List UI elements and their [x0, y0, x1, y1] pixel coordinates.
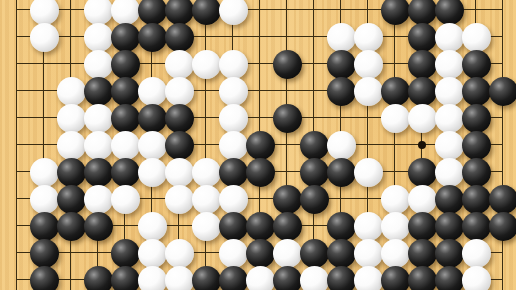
white-stone [435, 23, 464, 52]
black-stone [84, 158, 113, 187]
black-stone [273, 50, 302, 79]
white-stone [84, 185, 113, 214]
black-stone [165, 131, 194, 160]
white-stone [138, 77, 167, 106]
black-stone [246, 131, 275, 160]
white-stone [300, 266, 329, 290]
white-stone [165, 185, 194, 214]
white-stone [327, 131, 356, 160]
white-stone [192, 158, 221, 187]
black-stone [408, 239, 437, 268]
black-stone [489, 185, 516, 214]
black-stone [489, 212, 516, 241]
white-stone [354, 23, 383, 52]
black-stone [408, 266, 437, 290]
black-stone [435, 266, 464, 290]
black-stone [192, 0, 221, 25]
black-stone [435, 185, 464, 214]
black-stone [408, 158, 437, 187]
black-stone [138, 104, 167, 133]
black-stone [30, 212, 59, 241]
white-stone [462, 239, 491, 268]
white-stone [219, 131, 248, 160]
black-stone [381, 266, 410, 290]
white-stone [381, 104, 410, 133]
black-stone [300, 158, 329, 187]
white-stone [219, 50, 248, 79]
black-stone [165, 104, 194, 133]
black-stone [381, 77, 410, 106]
white-stone [381, 239, 410, 268]
black-stone [273, 212, 302, 241]
white-stone [138, 212, 167, 241]
white-stone [408, 185, 437, 214]
black-stone [84, 77, 113, 106]
black-stone [462, 50, 491, 79]
black-stone [273, 185, 302, 214]
black-stone [300, 131, 329, 160]
white-stone [111, 131, 140, 160]
white-stone [408, 104, 437, 133]
black-stone [165, 0, 194, 25]
black-stone [273, 104, 302, 133]
white-stone [30, 0, 59, 25]
white-stone [57, 131, 86, 160]
black-stone [219, 158, 248, 187]
black-stone [408, 0, 437, 25]
black-stone [462, 131, 491, 160]
white-stone [219, 185, 248, 214]
black-stone [462, 77, 491, 106]
black-stone [327, 212, 356, 241]
black-stone [462, 158, 491, 187]
black-stone [57, 185, 86, 214]
white-stone [381, 212, 410, 241]
white-stone [165, 239, 194, 268]
grid-vertical-line [205, 0, 206, 290]
black-stone [138, 23, 167, 52]
black-stone [246, 212, 275, 241]
black-stone [111, 239, 140, 268]
black-stone [192, 266, 221, 290]
black-stone [462, 104, 491, 133]
white-stone [111, 0, 140, 25]
white-stone [165, 77, 194, 106]
white-stone [273, 239, 302, 268]
white-stone [192, 185, 221, 214]
white-stone [354, 77, 383, 106]
white-stone [165, 50, 194, 79]
black-stone [111, 158, 140, 187]
white-stone [192, 50, 221, 79]
black-stone [246, 239, 275, 268]
black-stone [219, 266, 248, 290]
white-stone [165, 158, 194, 187]
white-stone [30, 185, 59, 214]
black-stone [219, 212, 248, 241]
white-stone [327, 23, 356, 52]
white-stone [219, 239, 248, 268]
white-stone [111, 185, 140, 214]
white-stone [354, 212, 383, 241]
white-stone [354, 239, 383, 268]
black-stone [30, 266, 59, 290]
black-stone [57, 212, 86, 241]
white-stone [435, 77, 464, 106]
white-stone [435, 50, 464, 79]
black-stone [327, 77, 356, 106]
white-stone [138, 266, 167, 290]
black-stone [327, 158, 356, 187]
black-stone [489, 77, 516, 106]
white-stone [84, 23, 113, 52]
white-stone [84, 104, 113, 133]
white-stone [354, 50, 383, 79]
white-stone [84, 0, 113, 25]
white-stone [219, 104, 248, 133]
go-board[interactable] [0, 0, 516, 290]
white-stone [165, 266, 194, 290]
black-stone [138, 0, 167, 25]
black-stone [408, 212, 437, 241]
white-stone [462, 266, 491, 290]
white-stone [84, 131, 113, 160]
white-stone [354, 266, 383, 290]
white-stone [435, 158, 464, 187]
black-stone [435, 0, 464, 25]
black-stone [111, 77, 140, 106]
white-stone [246, 266, 275, 290]
black-stone [381, 0, 410, 25]
white-stone [138, 131, 167, 160]
white-stone [57, 104, 86, 133]
black-stone [111, 266, 140, 290]
white-stone [462, 23, 491, 52]
white-stone [84, 50, 113, 79]
black-stone [165, 23, 194, 52]
black-stone [300, 185, 329, 214]
star-point [418, 141, 426, 149]
grid-vertical-line [16, 0, 17, 290]
white-stone [219, 77, 248, 106]
white-stone [138, 239, 167, 268]
black-stone [300, 239, 329, 268]
black-stone [435, 239, 464, 268]
white-stone [138, 158, 167, 187]
white-stone [435, 131, 464, 160]
black-stone [111, 50, 140, 79]
white-stone [381, 185, 410, 214]
grid-vertical-line [502, 0, 503, 290]
black-stone [273, 266, 302, 290]
black-stone [462, 212, 491, 241]
black-stone [462, 185, 491, 214]
white-stone [435, 104, 464, 133]
black-stone [246, 158, 275, 187]
black-stone [408, 23, 437, 52]
white-stone [30, 158, 59, 187]
white-stone [354, 158, 383, 187]
black-stone [408, 77, 437, 106]
white-stone [192, 212, 221, 241]
black-stone [111, 104, 140, 133]
black-stone [435, 212, 464, 241]
black-stone [84, 266, 113, 290]
black-stone [30, 239, 59, 268]
black-stone [327, 50, 356, 79]
white-stone [219, 0, 248, 25]
black-stone [111, 23, 140, 52]
black-stone [408, 50, 437, 79]
black-stone [327, 239, 356, 268]
black-stone [327, 266, 356, 290]
black-stone [57, 158, 86, 187]
white-stone [30, 23, 59, 52]
white-stone [57, 77, 86, 106]
black-stone [84, 212, 113, 241]
